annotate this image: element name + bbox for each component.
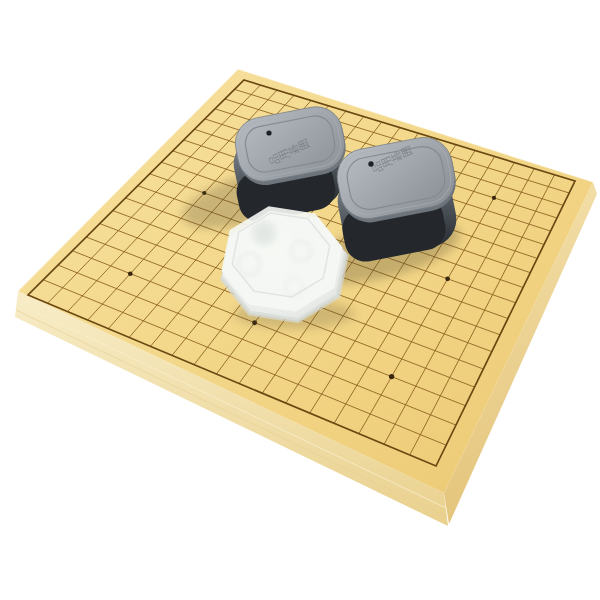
go-set-scene: 囲碁用品 囲碁用品 (0, 0, 600, 600)
star-point (389, 374, 394, 379)
star-point (445, 276, 450, 281)
star-point (492, 196, 496, 200)
star-point (128, 271, 133, 276)
product-photo-go-set: 囲碁用品 囲碁用品 19x19 (0, 0, 600, 600)
stone-case-lid-impression (257, 226, 272, 241)
bowl-left-lid-hole (266, 130, 271, 135)
